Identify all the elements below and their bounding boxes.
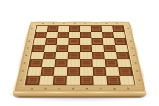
square-e3[interactable] [80,59,93,67]
coordinate-mark: b [53,23,55,24]
coordinate-mark: 2 [21,70,23,72]
square-d4[interactable] [68,52,80,59]
square-c2[interactable] [54,67,68,75]
square-h3[interactable] [117,59,131,67]
square-g6[interactable] [103,38,115,45]
chess-board: abcdefgh abcdefgh 87654321 87654321 [12,21,148,93]
coordinate-mark: f [95,23,97,24]
square-c4[interactable] [55,52,68,59]
square-b2[interactable] [41,67,55,75]
square-f1[interactable] [93,76,107,85]
square-g3[interactable] [105,59,119,67]
square-h5[interactable] [115,45,128,52]
square-e5[interactable] [80,45,92,52]
square-b3[interactable] [42,59,56,67]
coordinate-mark: h [127,88,130,90]
coordinate-mark: d [72,88,74,90]
coordinate-mark: 8 [31,28,33,30]
square-g2[interactable] [105,67,119,75]
coordinate-mark: g [113,88,115,90]
coordinate-mark: 3 [23,62,25,64]
coordinate-mark: a [30,88,33,90]
coordinate-mark: g [106,23,108,24]
square-g5[interactable] [103,45,116,52]
square-f2[interactable] [93,67,107,75]
square-f4[interactable] [92,52,105,59]
coordinate-mark: d [74,23,76,24]
square-c1[interactable] [53,76,67,85]
coords-top: abcdefgh [37,22,123,25]
square-e1[interactable] [80,76,94,85]
square-c5[interactable] [56,45,68,52]
coordinate-mark: b [44,88,46,90]
coordinate-mark: f [100,88,102,90]
square-e6[interactable] [80,38,92,45]
square-g1[interactable] [106,76,120,85]
board-grid [26,26,135,85]
photo-background: abcdefgh abcdefgh 87654321 87654321 [0,0,159,106]
coordinate-mark: 7 [128,34,130,36]
coords-bottom: abcdefgh [24,86,135,91]
square-h1[interactable] [119,76,134,85]
square-b6[interactable] [45,38,57,45]
square-d6[interactable] [68,38,80,45]
square-h2[interactable] [118,67,132,75]
square-b1[interactable] [39,76,53,85]
square-b5[interactable] [44,45,57,52]
coordinate-mark: e [86,88,88,90]
square-d2[interactable] [67,67,80,75]
coordinate-mark: h [116,23,118,24]
square-d5[interactable] [68,45,80,52]
coordinate-mark: e [84,23,86,24]
coordinate-mark: c [63,23,65,24]
coordinate-mark: 4 [25,55,27,57]
square-e2[interactable] [80,67,93,75]
coordinate-mark: 1 [138,79,141,81]
coordinate-mark: 7 [29,34,31,36]
square-h6[interactable] [114,38,127,45]
coordinate-mark: 1 [19,79,22,81]
coordinate-mark: a [42,23,44,24]
coordinate-mark: c [58,88,60,90]
coordinate-mark: 5 [27,47,29,49]
coordinate-mark: 3 [134,62,136,64]
square-c3[interactable] [55,59,68,67]
square-b4[interactable] [43,52,56,59]
square-f5[interactable] [92,45,104,52]
coordinate-mark: 8 [127,28,129,30]
square-g4[interactable] [104,52,117,59]
square-e4[interactable] [80,52,92,59]
square-d1[interactable] [66,76,80,85]
square-c6[interactable] [57,38,69,45]
square-f3[interactable] [92,59,105,67]
coordinate-mark: 5 [131,47,133,49]
square-f6[interactable] [91,38,103,45]
coordinate-mark: 2 [136,70,138,72]
coordinate-mark: 6 [130,40,132,42]
coordinate-mark: 4 [133,55,135,57]
square-h4[interactable] [116,52,129,59]
coordinate-mark: 6 [28,40,30,42]
square-d3[interactable] [67,59,80,67]
